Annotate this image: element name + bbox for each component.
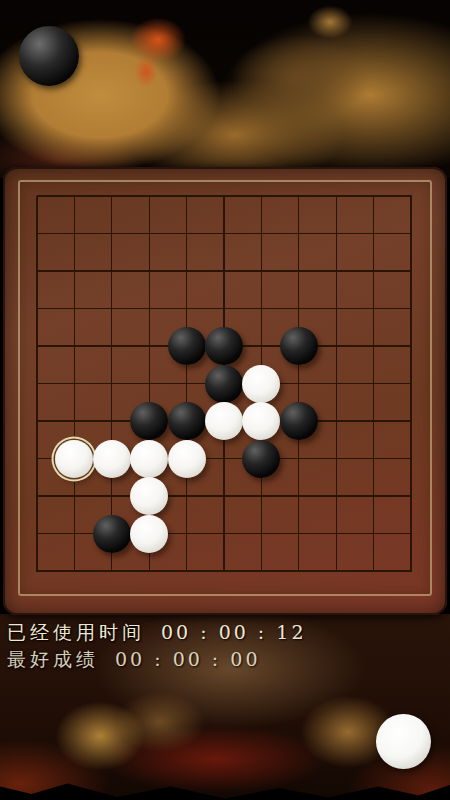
stone-black [205, 365, 243, 403]
status-panel: 已经使用时间 00 : 00 : 12 最好成绩 00 : 00 : 00 [7, 620, 307, 674]
stone-black [168, 327, 206, 365]
black-stone-indicator [19, 26, 79, 86]
background-art-top [0, 0, 450, 178]
grid-line-vertical [336, 196, 337, 572]
white-stone-indicator [376, 714, 431, 769]
stone-white [168, 440, 206, 478]
stone-black [280, 327, 318, 365]
best-score-value: 00 : 00 : 00 [115, 648, 261, 670]
stone-white [205, 402, 243, 440]
elapsed-time-label: 已经使用时间 [7, 620, 145, 646]
stone-white [130, 477, 168, 515]
elapsed-time-value: 00 : 00 : 12 [161, 621, 307, 643]
best-score-label: 最好成绩 [7, 647, 99, 673]
stone-black [280, 402, 318, 440]
stone-white [55, 440, 93, 478]
stone-white [93, 440, 131, 478]
grid-line-horizontal [37, 495, 412, 496]
stone-black [168, 402, 206, 440]
grid-line-vertical [298, 196, 299, 572]
best-score-row: 最好成绩 00 : 00 : 00 [7, 647, 307, 674]
grid-line-horizontal [37, 570, 412, 571]
elapsed-time-row: 已经使用时间 00 : 00 : 12 [7, 620, 307, 647]
stone-white [130, 515, 168, 553]
stone-black [205, 327, 243, 365]
stone-white [130, 440, 168, 478]
stone-white [242, 402, 280, 440]
game-board-frame [3, 167, 447, 615]
board-surface [18, 180, 432, 596]
board-grid[interactable] [37, 196, 411, 571]
stone-black [242, 440, 280, 478]
grid-line-vertical [410, 196, 411, 572]
grid-line-vertical [373, 196, 374, 572]
stone-black [130, 402, 168, 440]
game-screen: 已经使用时间 00 : 00 : 12 最好成绩 00 : 00 : 00 [0, 0, 450, 800]
stone-black [93, 515, 131, 553]
stone-white [242, 365, 280, 403]
